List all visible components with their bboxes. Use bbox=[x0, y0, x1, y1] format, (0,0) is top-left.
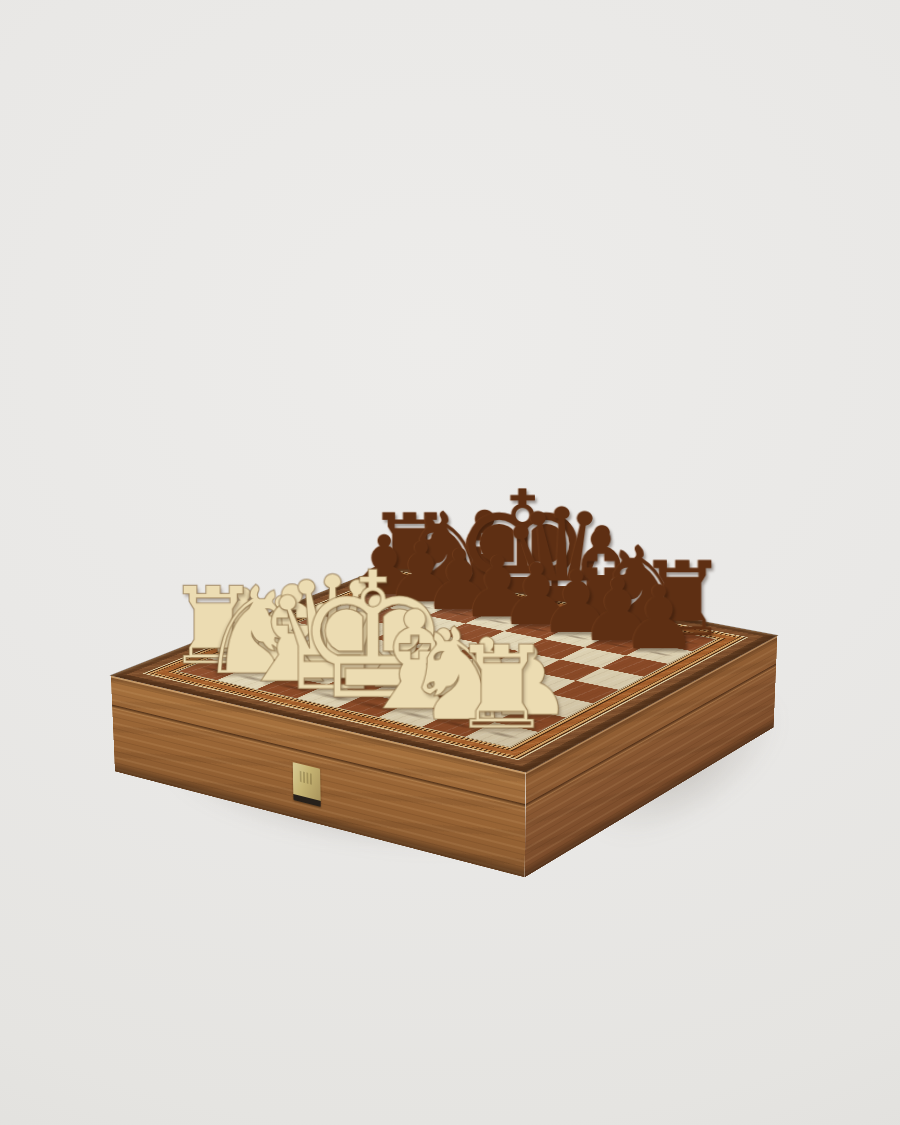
logo-emblem bbox=[300, 771, 314, 785]
piece-shadow-d7 bbox=[477, 617, 518, 627]
piece-shadow-b7 bbox=[402, 602, 442, 611]
piece-shadow-h1 bbox=[474, 727, 530, 742]
piece-shadow-h2 bbox=[508, 714, 555, 726]
piece-shadow-g2 bbox=[464, 705, 510, 717]
chess-box: ♜♞♝♚♛♝♞♜♟♟♟♟♟♟♟♟♟♟♟♟♟♟♟♟♜♞♝♛♚♝♞♜ bbox=[111, 563, 778, 772]
piece-white-rook-h1: ♜ bbox=[403, 515, 600, 734]
piece-shadow-f2 bbox=[422, 695, 467, 707]
scene-3d: ♜♞♝♚♛♝♞♜♟♟♟♟♟♟♟♟♟♟♟♟♟♟♟♟♜♞♝♛♚♝♞♜ bbox=[0, 0, 900, 1125]
piece-shadow-a7 bbox=[365, 595, 405, 604]
piece-white-knight-g1: ♞ bbox=[361, 508, 556, 724]
piece-shadow-c2 bbox=[301, 669, 344, 680]
piece-shadow-d2 bbox=[340, 677, 384, 688]
piece-black-rook-a8: ♜ bbox=[327, 404, 493, 588]
brass-logo-plate bbox=[293, 762, 321, 807]
